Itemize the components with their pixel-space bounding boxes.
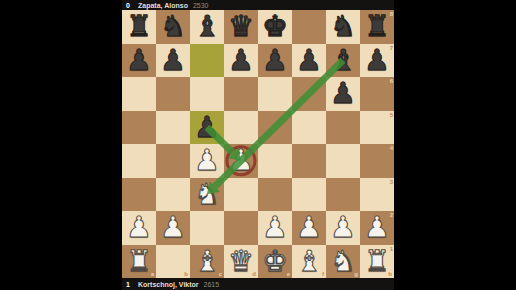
piece-black-rook: ♜ [364,12,390,41]
square-b5[interactable] [156,111,190,145]
coord-rank-3: 3 [390,179,393,185]
piece-white-queen: ♛ [228,247,254,276]
player-bar-white: 1 Kortschnoj, Viktor 2615 [122,278,394,290]
square-f2[interactable]: ♟ [292,211,326,245]
square-a3[interactable] [122,178,156,212]
square-b8[interactable]: ♞ [156,10,190,44]
square-f5[interactable] [292,111,326,145]
white-score: 1 [126,281,138,288]
square-e3[interactable] [258,178,292,212]
piece-black-bishop: ♝ [330,46,356,75]
square-h5[interactable]: 5 [360,111,394,145]
square-f7[interactable]: ♟ [292,44,326,78]
square-e8[interactable]: ♚ [258,10,292,44]
piece-white-bishop: ♝ [296,247,322,276]
coord-rank-7: 7 [390,45,393,51]
square-f6[interactable] [292,77,326,111]
piece-black-pawn: ♟ [194,113,220,142]
piece-black-king: ♚ [262,12,288,41]
piece-white-pawn: ♟ [194,146,220,175]
square-c6[interactable] [190,77,224,111]
square-h7[interactable]: ♟7 [360,44,394,78]
piece-black-knight: ♞ [160,12,186,41]
square-e1[interactable]: ♚e [258,245,292,279]
square-d7[interactable]: ♟ [224,44,258,78]
square-b4[interactable] [156,144,190,178]
coord-file-c: c [219,271,222,277]
coord-file-d: d [252,271,256,277]
piece-white-bishop: ♝ [194,247,220,276]
square-a5[interactable] [122,111,156,145]
black-score: 0 [126,2,138,9]
piece-black-rook: ♜ [126,12,152,41]
chess-board: ♜♞♝♛♚♞♜8♟♟♟♟♟♝♟7♟6♟5♟♟4♞3♟♟♟♟♟♟2♜ab♝c♛d♚… [122,10,394,278]
piece-white-rook: ♜ [364,247,390,276]
square-d6[interactable] [224,77,258,111]
square-c7[interactable] [190,44,224,78]
square-g5[interactable] [326,111,360,145]
coord-rank-8: 8 [390,11,393,17]
piece-white-pawn: ♟ [262,213,288,242]
piece-white-knight: ♞ [194,180,220,209]
coord-rank-6: 6 [390,78,393,84]
square-g3[interactable] [326,178,360,212]
coord-rank-4: 4 [390,145,393,151]
square-h3[interactable]: 3 [360,178,394,212]
app-window: 0 Zapata, Alonso 2530 ♜♞♝♛♚♞♜8♟♟♟♟♟♝♟7♟6… [0,0,516,290]
square-g4[interactable] [326,144,360,178]
square-g8[interactable]: ♞ [326,10,360,44]
square-c1[interactable]: ♝c [190,245,224,279]
piece-black-pawn: ♟ [296,46,322,75]
square-e7[interactable]: ♟ [258,44,292,78]
square-d8[interactable]: ♛ [224,10,258,44]
square-a4[interactable] [122,144,156,178]
white-player-name: Kortschnoj, Viktor [138,281,199,288]
square-g1[interactable]: ♞g [326,245,360,279]
coord-file-a: a [151,271,154,277]
square-b6[interactable] [156,77,190,111]
square-d5[interactable] [224,111,258,145]
square-g6[interactable]: ♟ [326,77,360,111]
piece-white-pawn: ♟ [126,213,152,242]
square-f3[interactable] [292,178,326,212]
square-d4[interactable]: ♟ [224,144,258,178]
square-a8[interactable]: ♜ [122,10,156,44]
piece-black-pawn: ♟ [126,46,152,75]
piece-white-pawn: ♟ [364,213,390,242]
square-a7[interactable]: ♟ [122,44,156,78]
square-d3[interactable] [224,178,258,212]
square-c3[interactable]: ♞ [190,178,224,212]
piece-white-knight: ♞ [330,247,356,276]
square-b3[interactable] [156,178,190,212]
coord-rank-2: 2 [390,212,393,218]
square-b7[interactable]: ♟ [156,44,190,78]
piece-black-pawn: ♟ [160,46,186,75]
square-d1[interactable]: ♛d [224,245,258,279]
square-d2[interactable] [224,211,258,245]
piece-black-pawn: ♟ [330,79,356,108]
square-a6[interactable] [122,77,156,111]
piece-white-pawn: ♟ [228,146,254,175]
coord-rank-5: 5 [390,112,393,118]
square-c5[interactable]: ♟ [190,111,224,145]
coord-file-f: f [322,271,324,277]
piece-white-pawn: ♟ [296,213,322,242]
square-e5[interactable] [258,111,292,145]
black-player-name: Zapata, Alonso [138,2,188,9]
piece-black-pawn: ♟ [228,46,254,75]
square-e2[interactable]: ♟ [258,211,292,245]
coord-file-e: e [287,271,290,277]
square-h1[interactable]: ♜1h [360,245,394,279]
square-c4[interactable]: ♟ [190,144,224,178]
coord-file-g: g [354,271,358,277]
square-b1[interactable]: b [156,245,190,279]
coord-file-b: b [184,271,188,277]
piece-black-bishop: ♝ [194,12,220,41]
square-f8[interactable] [292,10,326,44]
square-a2[interactable]: ♟ [122,211,156,245]
coord-file-h: h [388,271,392,277]
piece-white-king: ♚ [262,247,288,276]
piece-white-pawn: ♟ [160,213,186,242]
white-player-rating: 2615 [204,281,220,288]
black-player-rating: 2530 [193,2,209,9]
square-b2[interactable]: ♟ [156,211,190,245]
square-e4[interactable] [258,144,292,178]
square-g2[interactable]: ♟ [326,211,360,245]
piece-black-knight: ♞ [330,12,356,41]
square-c8[interactable]: ♝ [190,10,224,44]
square-f4[interactable] [292,144,326,178]
square-h2[interactable]: ♟2 [360,211,394,245]
square-f1[interactable]: ♝f [292,245,326,279]
square-e6[interactable] [258,77,292,111]
square-c2[interactable] [190,211,224,245]
square-h4[interactable]: 4 [360,144,394,178]
coord-rank-1: 1 [390,246,393,252]
piece-black-pawn: ♟ [364,46,390,75]
piece-white-pawn: ♟ [330,213,356,242]
piece-black-pawn: ♟ [262,46,288,75]
square-h6[interactable]: 6 [360,77,394,111]
square-h8[interactable]: ♜8 [360,10,394,44]
piece-white-rook: ♜ [126,247,152,276]
square-a1[interactable]: ♜a [122,245,156,279]
piece-black-queen: ♛ [228,12,254,41]
square-g7[interactable]: ♝ [326,44,360,78]
